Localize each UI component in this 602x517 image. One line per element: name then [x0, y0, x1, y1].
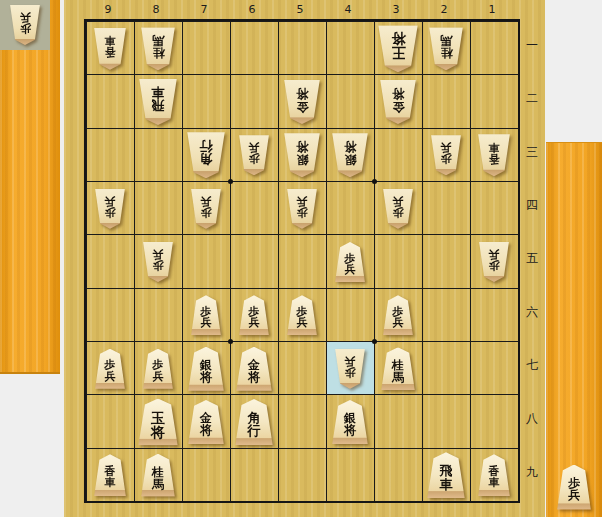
- rank-label: 八: [519, 392, 545, 445]
- shogi-board-panel: 987654321 一二三四五六七八九 香車桂馬王将桂馬飛車金将金将角行歩兵銀将…: [64, 0, 545, 517]
- file-label: 7: [180, 1, 228, 18]
- gote-piece-kei[interactable]: 桂馬: [141, 27, 176, 70]
- file-label: 8: [132, 1, 180, 18]
- gote-komadai-panel: [0, 0, 60, 374]
- gote-piece-gin[interactable]: 銀将: [332, 133, 369, 177]
- gote-piece-fu[interactable]: 歩兵: [10, 5, 41, 45]
- file-label: 3: [372, 1, 420, 18]
- file-label: 1: [468, 1, 516, 18]
- gote-piece-kyo[interactable]: 香車: [94, 28, 127, 70]
- rank-label: 三: [519, 126, 545, 179]
- rank-label: 九: [519, 446, 545, 499]
- sente-piece-hi[interactable]: 飛車: [427, 452, 466, 498]
- sente-piece-kyo[interactable]: 香車: [94, 454, 127, 496]
- rank-labels: 一二三四五六七八九: [519, 19, 545, 499]
- rank-label: 四: [519, 179, 545, 232]
- sente-piece-fu[interactable]: 歩兵: [95, 349, 126, 389]
- gote-piece-ou[interactable]: 王将: [378, 25, 419, 72]
- gote-piece-fu[interactable]: 歩兵: [287, 189, 318, 229]
- rank-label: 二: [519, 72, 545, 125]
- sente-piece-kaku[interactable]: 角行: [235, 399, 274, 445]
- rank-label: 七: [519, 339, 545, 392]
- file-label: 6: [228, 1, 276, 18]
- file-label: 4: [324, 1, 372, 18]
- rank-label: 五: [519, 232, 545, 285]
- sente-piece-kyo[interactable]: 香車: [478, 454, 511, 496]
- sente-piece-kei[interactable]: 桂馬: [381, 347, 416, 390]
- gote-piece-fu[interactable]: 歩兵: [431, 135, 462, 175]
- file-label: 2: [420, 1, 468, 18]
- sente-piece-fu[interactable]: 歩兵: [143, 349, 174, 389]
- gote-hand-tray: 歩兵: [0, 0, 50, 50]
- gote-piece-kin[interactable]: 金将: [284, 80, 321, 124]
- sente-piece-kin[interactable]: 金将: [188, 400, 225, 444]
- sente-piece-fu[interactable]: 歩兵: [239, 295, 270, 335]
- gote-piece-kin[interactable]: 金将: [380, 80, 417, 124]
- gote-piece-kaku[interactable]: 角行: [187, 132, 226, 178]
- gote-piece-fu[interactable]: 歩兵: [383, 189, 414, 229]
- gote-piece-fu[interactable]: 歩兵: [479, 242, 510, 282]
- gote-piece-fu[interactable]: 歩兵: [335, 349, 366, 389]
- gote-piece-fu[interactable]: 歩兵: [95, 189, 126, 229]
- file-label: 9: [84, 1, 132, 18]
- sente-piece-kin[interactable]: 金将: [236, 347, 273, 391]
- gote-piece-fu[interactable]: 歩兵: [143, 242, 174, 282]
- sente-piece-fu[interactable]: 歩兵: [191, 295, 222, 335]
- gote-piece-fu[interactable]: 歩兵: [239, 135, 270, 175]
- sente-piece-fu[interactable]: 歩兵: [335, 242, 366, 282]
- rank-label: 六: [519, 286, 545, 339]
- rank-label: 一: [519, 19, 545, 72]
- gote-piece-kyo[interactable]: 香車: [478, 134, 511, 176]
- file-label: 5: [276, 1, 324, 18]
- sente-hand-tray: 歩兵: [550, 460, 598, 514]
- sente-piece-gin[interactable]: 銀将: [332, 400, 369, 444]
- sente-piece-kei[interactable]: 桂馬: [141, 454, 176, 497]
- sente-piece-fu[interactable]: 歩兵: [287, 295, 318, 335]
- sente-piece-fu[interactable]: 歩兵: [383, 295, 414, 335]
- gote-piece-gin[interactable]: 銀将: [284, 133, 321, 177]
- shogi-app: 987654321 一二三四五六七八九 香車桂馬王将桂馬飛車金将金将角行歩兵銀将…: [0, 0, 602, 517]
- sente-piece-gin[interactable]: 銀将: [188, 347, 225, 391]
- sente-piece-gyoku[interactable]: 玉将: [138, 399, 179, 446]
- sente-piece-fu[interactable]: 歩兵: [557, 465, 592, 510]
- file-labels: 987654321: [84, 1, 516, 18]
- pieces-layer: 香車桂馬王将桂馬飛車金将金将角行歩兵銀将銀将歩兵香車歩兵歩兵歩兵歩兵歩兵歩兵歩兵…: [86, 21, 518, 501]
- gote-piece-kei[interactable]: 桂馬: [429, 27, 464, 70]
- gote-piece-hi[interactable]: 飛車: [139, 79, 178, 125]
- board-grid: 香車桂馬王将桂馬飛車金将金将角行歩兵銀将銀将歩兵香車歩兵歩兵歩兵歩兵歩兵歩兵歩兵…: [84, 19, 520, 503]
- gote-piece-fu[interactable]: 歩兵: [191, 189, 222, 229]
